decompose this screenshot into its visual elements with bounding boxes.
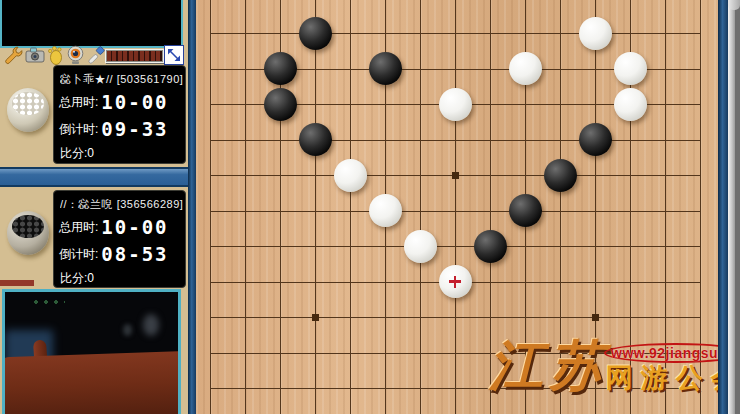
camera-icon[interactable] bbox=[25, 47, 45, 67]
countdown-label: 倒计时: bbox=[59, 121, 98, 138]
white-stones-bowl-icon bbox=[7, 88, 49, 132]
stone-white bbox=[614, 52, 647, 85]
stone-white bbox=[369, 194, 402, 227]
grid-line bbox=[210, 140, 701, 141]
go-board: 江苏 www.92jiangsu.cn 网游公会 bbox=[196, 0, 718, 414]
progress-meter-fill bbox=[107, 51, 162, 61]
stone-black bbox=[299, 17, 332, 50]
board-frame-left bbox=[188, 0, 196, 414]
stone-black bbox=[264, 88, 297, 121]
star-point bbox=[452, 172, 459, 179]
player2-total-time: 10-00 bbox=[101, 216, 168, 238]
board-frame-right bbox=[718, 0, 728, 414]
grid-line bbox=[210, 33, 701, 34]
progress-meter bbox=[105, 49, 164, 63]
black-stones-bowl-icon bbox=[7, 211, 49, 255]
watermark-title: 江苏 bbox=[489, 330, 609, 403]
player2-nickname: //：惢兰唲 bbox=[60, 198, 113, 210]
stone-black bbox=[579, 123, 612, 156]
video-couch bbox=[2, 351, 181, 414]
player1-score: 比分:0 bbox=[60, 145, 94, 162]
stone-white bbox=[509, 52, 542, 85]
stone-white bbox=[579, 17, 612, 50]
video-reflection bbox=[123, 324, 132, 336]
score-value: 0 bbox=[87, 271, 94, 285]
player1-countdown-row: 倒计时: 09-33 bbox=[59, 118, 183, 140]
player2-id: [356566289] bbox=[117, 198, 184, 210]
player1-countdown: 09-33 bbox=[101, 118, 168, 140]
sidebar: 惢卜乖★// [503561790] 总用时: 10-00 倒计时: 09-33… bbox=[0, 0, 188, 414]
stone-black bbox=[299, 123, 332, 156]
score-value: 0 bbox=[87, 146, 94, 160]
decor-strip bbox=[0, 280, 34, 286]
expand-icon[interactable] bbox=[164, 45, 184, 65]
total-time-label: 总用时: bbox=[59, 219, 98, 236]
score-label: 比分: bbox=[60, 146, 87, 160]
scrollbar-thumb[interactable] bbox=[728, 0, 735, 414]
stone-white bbox=[334, 159, 367, 192]
star-point bbox=[312, 314, 319, 321]
score-label: 比分: bbox=[60, 271, 87, 285]
grid-line bbox=[210, 246, 701, 247]
player1-total-time: 10-00 bbox=[101, 91, 168, 113]
player1-total-time-row: 总用时: 10-00 bbox=[59, 91, 183, 113]
toolbar bbox=[0, 45, 188, 65]
stone-black bbox=[544, 159, 577, 192]
player2-score: 比分:0 bbox=[60, 270, 94, 287]
player2-total-time-row: 总用时: 10-00 bbox=[59, 216, 183, 238]
player2-info-panel: //：惢兰唲 [356566289] 总用时: 10-00 倒计时: 08-53… bbox=[53, 190, 186, 288]
player1-nickname: 惢卜乖★// bbox=[60, 73, 113, 85]
total-time-label: 总用时: bbox=[59, 94, 98, 111]
stone-black bbox=[264, 52, 297, 85]
webcam-icon[interactable] bbox=[66, 45, 86, 65]
video-reflection bbox=[143, 314, 159, 336]
stone-black bbox=[474, 230, 507, 263]
wrench-icon[interactable] bbox=[3, 45, 23, 65]
player1-id: [503561790] bbox=[117, 73, 184, 85]
game-window: 惢卜乖★// [503561790] 总用时: 10-00 倒计时: 09-33… bbox=[0, 0, 740, 414]
scrollbar-cap[interactable] bbox=[728, 0, 740, 10]
player2-name: //：惢兰唲 [356566289] bbox=[60, 197, 184, 212]
player2-countdown-row: 倒计时: 08-53 bbox=[59, 243, 183, 265]
video-feed-bottom bbox=[2, 289, 181, 414]
divider-bar bbox=[0, 167, 188, 187]
screwdriver-icon[interactable] bbox=[87, 46, 107, 66]
video-lights bbox=[31, 298, 65, 306]
scrollbar[interactable] bbox=[728, 0, 740, 414]
player2-countdown: 08-53 bbox=[101, 243, 168, 265]
stone-white bbox=[439, 88, 472, 121]
video-feed-top bbox=[0, 0, 183, 48]
grid-line bbox=[210, 317, 701, 318]
star-point bbox=[592, 314, 599, 321]
stone-white bbox=[614, 88, 647, 121]
watermark-subtitle: 网游公会 bbox=[606, 360, 718, 396]
stone-white bbox=[404, 230, 437, 263]
last-move-marker bbox=[449, 276, 461, 288]
stone-black bbox=[369, 52, 402, 85]
player1-name: 惢卜乖★// [503561790] bbox=[60, 72, 184, 87]
stone-black bbox=[509, 194, 542, 227]
player1-info-panel: 惢卜乖★// [503561790] 总用时: 10-00 倒计时: 09-33… bbox=[53, 65, 186, 164]
footprint-icon[interactable] bbox=[47, 45, 67, 65]
countdown-label: 倒计时: bbox=[59, 246, 98, 263]
grid-line bbox=[210, 211, 701, 212]
